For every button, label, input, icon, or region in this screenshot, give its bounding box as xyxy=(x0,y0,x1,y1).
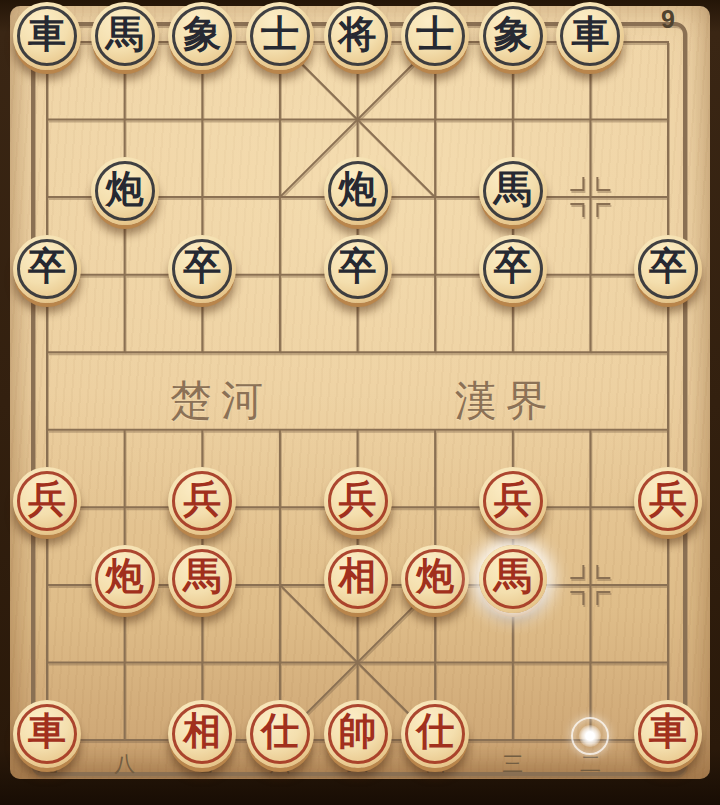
red-cannon-piece[interactable]: 炮 xyxy=(91,545,159,613)
black-rook-glyph: 車 xyxy=(13,0,81,68)
black-rook-glyph: 車 xyxy=(556,0,624,68)
red-soldier-piece[interactable]: 兵 xyxy=(479,467,547,535)
red-soldier-glyph: 兵 xyxy=(13,465,81,533)
black-cannon-piece[interactable]: 炮 xyxy=(324,157,392,225)
red-soldier-piece[interactable]: 兵 xyxy=(13,467,81,535)
black-soldier-piece[interactable]: 卒 xyxy=(324,235,392,303)
black-elephant-piece[interactable]: 象 xyxy=(479,2,547,70)
red-soldier-piece[interactable]: 兵 xyxy=(168,467,236,535)
red-soldier-piece[interactable]: 兵 xyxy=(324,467,392,535)
black-advisor-piece[interactable]: 士 xyxy=(401,2,469,70)
black-cannon-glyph: 炮 xyxy=(91,155,159,223)
board-frame-bottom-bevel xyxy=(0,779,720,805)
red-rook-glyph: 車 xyxy=(634,698,702,766)
red-horse-glyph: 馬 xyxy=(479,543,547,611)
red-cannon-glyph: 炮 xyxy=(91,543,159,611)
red-cannon-glyph: 炮 xyxy=(401,543,469,611)
red-general-piece[interactable]: 帥 xyxy=(324,700,392,768)
bottom-file-label-三: 三 xyxy=(502,754,523,775)
red-advisor-glyph: 仕 xyxy=(401,698,469,766)
red-soldier-glyph: 兵 xyxy=(324,465,392,533)
last-move-origin-dot xyxy=(571,717,609,755)
black-elephant-glyph: 象 xyxy=(479,0,547,68)
red-advisor-piece[interactable]: 仕 xyxy=(401,700,469,768)
board-grid xyxy=(0,0,720,805)
red-elephant-glyph: 相 xyxy=(324,543,392,611)
black-advisor-piece[interactable]: 士 xyxy=(246,2,314,70)
red-elephant-glyph: 相 xyxy=(168,698,236,766)
red-elephant-piece[interactable]: 相 xyxy=(168,700,236,768)
red-advisor-glyph: 仕 xyxy=(246,698,314,766)
red-horse-glyph: 馬 xyxy=(168,543,236,611)
red-horse-piece[interactable]: 馬 xyxy=(168,545,236,613)
red-rook-glyph: 車 xyxy=(13,698,81,766)
black-soldier-piece[interactable]: 卒 xyxy=(13,235,81,303)
bottom-file-label-二: 二 xyxy=(580,754,601,775)
red-elephant-piece[interactable]: 相 xyxy=(324,545,392,613)
black-cannon-glyph: 炮 xyxy=(324,155,392,223)
black-soldier-glyph: 卒 xyxy=(168,233,236,301)
black-horse-piece[interactable]: 馬 xyxy=(479,157,547,225)
black-elephant-glyph: 象 xyxy=(168,0,236,68)
black-soldier-piece[interactable]: 卒 xyxy=(634,235,702,303)
black-elephant-piece[interactable]: 象 xyxy=(168,2,236,70)
red-general-glyph: 帥 xyxy=(324,698,392,766)
black-horse-glyph: 馬 xyxy=(479,155,547,223)
black-rook-piece[interactable]: 車 xyxy=(13,2,81,70)
black-advisor-glyph: 士 xyxy=(246,0,314,68)
black-general-glyph: 将 xyxy=(324,0,392,68)
red-soldier-glyph: 兵 xyxy=(479,465,547,533)
black-soldier-piece[interactable]: 卒 xyxy=(479,235,547,303)
black-rook-piece[interactable]: 車 xyxy=(556,2,624,70)
black-soldier-glyph: 卒 xyxy=(13,233,81,301)
black-soldier-glyph: 卒 xyxy=(324,233,392,301)
red-soldier-glyph: 兵 xyxy=(634,465,702,533)
black-general-piece[interactable]: 将 xyxy=(324,2,392,70)
river-label-left: 楚河 xyxy=(170,373,272,429)
black-horse-piece[interactable]: 馬 xyxy=(91,2,159,70)
black-soldier-glyph: 卒 xyxy=(479,233,547,301)
top-file-label-9: 9 xyxy=(661,7,675,32)
grid-emboss-highlight xyxy=(34,26,686,776)
red-rook-piece[interactable]: 車 xyxy=(634,700,702,768)
red-rook-piece[interactable]: 車 xyxy=(13,700,81,768)
black-horse-glyph: 馬 xyxy=(91,0,159,68)
red-soldier-glyph: 兵 xyxy=(168,465,236,533)
red-horse-piece[interactable]: 馬 xyxy=(479,545,547,613)
black-soldier-glyph: 卒 xyxy=(634,233,702,301)
red-advisor-piece[interactable]: 仕 xyxy=(246,700,314,768)
red-cannon-piece[interactable]: 炮 xyxy=(401,545,469,613)
river-label-right: 漢界 xyxy=(455,373,557,429)
red-soldier-piece[interactable]: 兵 xyxy=(634,467,702,535)
xiangqi-game-screen: 楚河 漢界 123456789九八七六五四三二一 車馬象士将士象車炮炮馬卒卒卒卒… xyxy=(0,0,720,805)
bottom-file-label-八: 八 xyxy=(114,754,135,775)
black-soldier-piece[interactable]: 卒 xyxy=(168,235,236,303)
black-advisor-glyph: 士 xyxy=(401,0,469,68)
black-cannon-piece[interactable]: 炮 xyxy=(91,157,159,225)
